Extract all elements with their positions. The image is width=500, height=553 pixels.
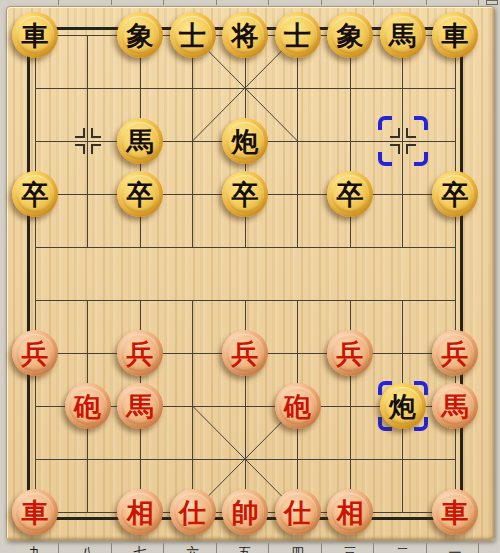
piece-glyph: 馬 — [436, 387, 474, 425]
piece-red-general[interactable]: 帥 — [222, 489, 268, 535]
piece-black-soldier[interactable]: 卒 — [222, 171, 268, 217]
piece-glyph: 卒 — [436, 175, 474, 213]
piece-glyph: 兵 — [436, 334, 474, 372]
piece-red-soldier[interactable]: 兵 — [117, 330, 163, 376]
piece-black-chariot[interactable]: 車 — [12, 12, 58, 58]
piece-black-horse[interactable]: 馬 — [117, 118, 163, 164]
piece-red-horse[interactable]: 馬 — [432, 383, 478, 429]
piece-red-elephant[interactable]: 相 — [327, 489, 373, 535]
last-move-from-marker — [378, 116, 428, 166]
piece-glyph: 帥 — [226, 493, 264, 531]
piece-black-soldier[interactable]: 卒 — [327, 171, 373, 217]
piece-glyph: 車 — [16, 16, 54, 54]
piece-red-soldier[interactable]: 兵 — [222, 330, 268, 376]
piece-glyph: 兵 — [331, 334, 369, 372]
piece-red-advisor[interactable]: 仕 — [170, 489, 216, 535]
piece-glyph: 仕 — [174, 493, 212, 531]
piece-glyph: 車 — [436, 16, 474, 54]
piece-black-soldier[interactable]: 卒 — [12, 171, 58, 217]
piece-black-chariot[interactable]: 車 — [432, 12, 478, 58]
piece-glyph: 将 — [226, 16, 264, 54]
piece-glyph: 炮 — [384, 387, 422, 425]
piece-glyph: 相 — [121, 493, 159, 531]
piece-red-soldier[interactable]: 兵 — [327, 330, 373, 376]
file-label: 三 — [339, 546, 361, 553]
bottom-strip-tick — [268, 543, 269, 553]
piece-black-advisor[interactable]: 士 — [170, 12, 216, 58]
top-strip-tick — [216, 0, 217, 5]
piece-black-elephant[interactable]: 象 — [117, 12, 163, 58]
top-strip-tick — [58, 0, 59, 5]
piece-glyph: 車 — [436, 493, 474, 531]
top-strip-tick — [478, 0, 479, 5]
piece-red-elephant[interactable]: 相 — [117, 489, 163, 535]
piece-glyph: 兵 — [16, 334, 54, 372]
bottom-strip-tick — [478, 543, 479, 553]
piece-red-cannon[interactable]: 砲 — [65, 383, 111, 429]
piece-glyph: 卒 — [121, 175, 159, 213]
file-label: 二 — [392, 546, 414, 553]
piece-black-soldier[interactable]: 卒 — [432, 171, 478, 217]
piece-glyph: 相 — [331, 493, 369, 531]
file-label: 一 — [444, 546, 466, 553]
top-strip-tick — [268, 0, 269, 5]
file-label: 九 — [24, 546, 46, 553]
piece-glyph: 馬 — [384, 16, 422, 54]
piece-glyph: 車 — [16, 493, 54, 531]
bottom-strip-tick — [321, 543, 322, 553]
piece-red-advisor[interactable]: 仕 — [275, 489, 321, 535]
file-label: 八 — [77, 546, 99, 553]
piece-glyph: 卒 — [226, 175, 264, 213]
piece-glyph: 士 — [174, 16, 212, 54]
piece-glyph: 象 — [121, 16, 159, 54]
file-label: 五 — [234, 546, 256, 553]
bottom-strip-tick — [373, 543, 374, 553]
bottom-strip-tick — [111, 543, 112, 553]
piece-glyph: 兵 — [121, 334, 159, 372]
file-label: 六 — [182, 546, 204, 553]
piece-black-soldier[interactable]: 卒 — [117, 171, 163, 217]
piece-red-horse[interactable]: 馬 — [117, 383, 163, 429]
top-strip-tick — [426, 0, 427, 5]
bottom-strip-tick — [216, 543, 217, 553]
piece-red-soldier[interactable]: 兵 — [12, 330, 58, 376]
bottom-strip-tick — [163, 543, 164, 553]
board-grid — [0, 0, 500, 553]
bottom-strip-tick — [58, 543, 59, 553]
piece-glyph: 卒 — [16, 175, 54, 213]
top-strip-tick — [163, 0, 164, 5]
piece-glyph: 仕 — [279, 493, 317, 531]
piece-red-chariot[interactable]: 車 — [432, 489, 478, 535]
bottom-strip-tick — [426, 543, 427, 553]
file-label: 四 — [287, 546, 309, 553]
top-strip-tick — [111, 0, 112, 5]
piece-red-chariot[interactable]: 車 — [12, 489, 58, 535]
point-marker — [75, 128, 101, 154]
top-strip-tick — [373, 0, 374, 5]
xiangqi-app-window: 車象士将士象馬車馬炮卒卒卒卒卒兵兵兵兵兵砲馬砲炮馬車相仕帥仕相車 九八七六五四三… — [0, 0, 500, 553]
file-label: 七 — [129, 546, 151, 553]
piece-black-elephant[interactable]: 象 — [327, 12, 373, 58]
piece-black-horse[interactable]: 馬 — [380, 12, 426, 58]
top-strip-tick — [321, 0, 322, 5]
piece-red-cannon[interactable]: 砲 — [275, 383, 321, 429]
piece-black-cannon[interactable]: 炮 — [222, 118, 268, 164]
piece-black-general[interactable]: 将 — [222, 12, 268, 58]
piece-glyph: 士 — [279, 16, 317, 54]
scroll-corner-box — [486, 0, 498, 5]
piece-glyph: 馬 — [121, 387, 159, 425]
piece-black-advisor[interactable]: 士 — [275, 12, 321, 58]
piece-glyph: 馬 — [121, 122, 159, 160]
piece-black-cannon[interactable]: 炮 — [380, 383, 426, 429]
piece-red-soldier[interactable]: 兵 — [432, 330, 478, 376]
piece-glyph: 炮 — [226, 122, 264, 160]
piece-glyph: 砲 — [279, 387, 317, 425]
piece-glyph: 兵 — [226, 334, 264, 372]
piece-glyph: 卒 — [331, 175, 369, 213]
piece-glyph: 象 — [331, 16, 369, 54]
piece-glyph: 砲 — [69, 387, 107, 425]
